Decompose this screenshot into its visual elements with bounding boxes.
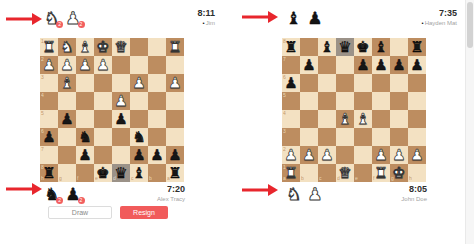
square-g1[interactable]: g♚: [390, 164, 408, 182]
draw-button[interactable]: Draw: [48, 206, 112, 219]
square-b3[interactable]: [300, 128, 318, 146]
black-pawn: ♟: [114, 110, 127, 128]
resign-button[interactable]: Resign: [120, 206, 168, 219]
square-c8[interactable]: ♝: [318, 38, 336, 56]
square-c3[interactable]: [318, 128, 336, 146]
rank-label: 8: [41, 165, 44, 170]
square-g7[interactable]: [58, 146, 76, 164]
square-a3[interactable]: 3: [282, 128, 300, 146]
file-label: e: [355, 176, 358, 181]
square-d5[interactable]: [336, 92, 354, 110]
clock-top: 7:35: [422, 8, 457, 19]
white-rook: ♜: [284, 164, 297, 182]
square-a5[interactable]: 5: [282, 92, 300, 110]
captured-white-pawn: ♟: [307, 184, 322, 204]
square-e8[interactable]: ♚: [354, 38, 372, 56]
turn-dot-icon: •: [203, 20, 205, 26]
white-pawn: ♟: [132, 74, 145, 92]
file-label: c: [131, 176, 134, 181]
red-arrow-icon: [242, 184, 278, 196]
square-h5[interactable]: [408, 92, 426, 110]
square-e5[interactable]: [94, 110, 112, 128]
square-a1[interactable]: 1a♜: [282, 164, 300, 182]
capture-count-badge: 2: [78, 21, 85, 28]
square-e8[interactable]: e♚: [94, 164, 112, 182]
file-label: b: [149, 176, 152, 181]
black-knight: ♞: [132, 128, 145, 146]
square-a2[interactable]: 2♟: [282, 146, 300, 164]
square-g5[interactable]: ♟: [58, 110, 76, 128]
square-e3[interactable]: [94, 74, 112, 92]
rank-label: 8: [283, 39, 286, 44]
square-e4[interactable]: ♝: [354, 110, 372, 128]
square-f2[interactable]: ♟: [372, 146, 390, 164]
file-label: g: [59, 176, 62, 181]
square-f6[interactable]: ♞: [76, 128, 94, 146]
captured-black-knight: ♞2: [44, 184, 59, 204]
black-queen: ♛: [338, 38, 351, 56]
white-bishop: ♝: [338, 110, 351, 128]
square-f4[interactable]: [372, 110, 390, 128]
captured-black-pawn: ♟2: [65, 184, 80, 204]
square-g4[interactable]: [390, 110, 408, 128]
square-b2[interactable]: ♟: [300, 146, 318, 164]
capture-count-badge: 2: [78, 197, 85, 204]
captured-black-pawn: ♟: [307, 8, 322, 28]
rank-label: 2: [283, 147, 286, 152]
file-label: g: [391, 176, 394, 181]
white-pawn: ♟: [96, 56, 109, 74]
square-a3[interactable]: ♟: [166, 74, 184, 92]
square-e4[interactable]: [94, 92, 112, 110]
square-b4[interactable]: [300, 110, 318, 128]
square-d3[interactable]: [112, 74, 130, 92]
square-a6[interactable]: 6♟: [282, 74, 300, 92]
square-f7[interactable]: ♟: [76, 146, 94, 164]
white-king: ♚: [392, 164, 405, 182]
player-name-top: •Hayden Mat: [422, 19, 457, 27]
scrollbar-track[interactable]: [465, 0, 474, 244]
white-pawn: ♟: [284, 146, 297, 164]
square-g4[interactable]: [58, 92, 76, 110]
square-f5[interactable]: [372, 92, 390, 110]
white-pawn: ♟: [374, 146, 387, 164]
square-b5[interactable]: [148, 110, 166, 128]
square-f2[interactable]: ♟: [76, 56, 94, 74]
captured-tray-bottom: ♞2♟2: [40, 184, 81, 204]
clock-bottom: 8:05: [401, 184, 427, 195]
black-bishop: ♝: [132, 164, 145, 182]
square-h1[interactable]: h: [408, 164, 426, 182]
square-c2[interactable]: [130, 56, 148, 74]
red-arrow-icon: [6, 13, 42, 25]
file-label: a: [167, 176, 170, 181]
rank-label: 4: [41, 93, 44, 98]
square-c5[interactable]: [318, 92, 336, 110]
rank-label: 7: [41, 147, 44, 152]
file-label: d: [113, 176, 116, 181]
file-label: c: [319, 176, 322, 181]
square-e6[interactable]: [354, 74, 372, 92]
square-d4[interactable]: ♝: [336, 110, 354, 128]
square-c8[interactable]: c♝: [130, 164, 148, 182]
white-pawn: ♟: [60, 56, 73, 74]
square-b7[interactable]: ♟: [300, 56, 318, 74]
square-c4[interactable]: [318, 110, 336, 128]
captured-tray-bottom: ♞♟: [282, 184, 323, 204]
square-a2[interactable]: [166, 56, 184, 74]
clock-top: 8:11: [197, 8, 215, 19]
square-f4[interactable]: [76, 92, 94, 110]
square-h3[interactable]: 3: [40, 74, 58, 92]
square-c2[interactable]: ♟: [318, 146, 336, 164]
square-c4[interactable]: [130, 92, 148, 110]
square-h6[interactable]: [408, 74, 426, 92]
rank-label: 4: [283, 111, 286, 116]
captured-tray-top: ♝♟: [282, 8, 323, 28]
black-rook: ♜: [284, 38, 297, 56]
square-a7[interactable]: ♟: [166, 146, 184, 164]
square-g5[interactable]: [390, 92, 408, 110]
chess-board-right: 8♜♝♛♚♝♜7♟♟♟♟♟6♟54♝♝32♟♟♟♟♟♟1a♜bcd♛ef♜g♚h: [282, 38, 426, 182]
file-label: b: [301, 176, 304, 181]
square-d7[interactable]: [336, 56, 354, 74]
square-c7[interactable]: ♟: [130, 146, 148, 164]
square-a6[interactable]: [166, 128, 184, 146]
square-g8[interactable]: g: [58, 164, 76, 182]
capture-count-badge: 2: [56, 197, 63, 204]
square-d8[interactable]: ♛: [336, 38, 354, 56]
black-bishop: ♝: [374, 38, 387, 56]
white-queen: ♛: [338, 164, 351, 182]
square-b5[interactable]: [300, 92, 318, 110]
captured-tray-top: ♞2♟2: [40, 8, 81, 28]
white-pawn: ♟: [392, 146, 405, 164]
square-d3[interactable]: [336, 128, 354, 146]
square-d7[interactable]: [112, 146, 130, 164]
white-pawn: ♟: [302, 146, 315, 164]
square-h8[interactable]: ♜: [408, 38, 426, 56]
game-panel-right: ♝♟ 7:35 •Hayden Mat 8♜♝♛♚♝♜7♟♟♟♟♟6♟54♝♝3…: [282, 8, 457, 202]
capture-count-badge: 2: [56, 21, 63, 28]
square-d6[interactable]: [336, 74, 354, 92]
file-label: h: [409, 176, 412, 181]
square-e7[interactable]: [94, 146, 112, 164]
square-e5[interactable]: [354, 92, 372, 110]
square-d1[interactable]: ♛: [112, 38, 130, 56]
square-e3[interactable]: [354, 128, 372, 146]
captured-black-bishop: ♝: [286, 8, 301, 28]
square-a8[interactable]: 8♜: [282, 38, 300, 56]
square-e2[interactable]: ♟: [94, 56, 112, 74]
square-f5[interactable]: [76, 110, 94, 128]
black-pawn: ♟: [60, 110, 73, 128]
square-g2[interactable]: ♟: [58, 56, 76, 74]
square-e6[interactable]: [94, 128, 112, 146]
file-label: d: [337, 176, 340, 181]
white-queen: ♛: [114, 38, 127, 56]
rank-label: 6: [41, 129, 44, 134]
black-knight: ♞: [78, 128, 91, 146]
file-label: a: [283, 176, 286, 181]
square-e7[interactable]: ♟: [354, 56, 372, 74]
scrollbar-thumb[interactable]: [467, 2, 473, 48]
white-rook: ♜: [42, 38, 55, 56]
clock-bottom: 7:20: [157, 184, 185, 195]
black-pawn: ♟: [132, 146, 145, 164]
square-a7[interactable]: 7: [282, 56, 300, 74]
square-c1[interactable]: [130, 38, 148, 56]
file-label: h: [41, 176, 44, 181]
file-label: e: [95, 176, 98, 181]
square-f3[interactable]: [372, 128, 390, 146]
white-pawn: ♟: [78, 56, 91, 74]
square-e1[interactable]: e: [354, 164, 372, 182]
square-f1[interactable]: ♝: [76, 38, 94, 56]
white-knight: ♞: [60, 38, 73, 56]
black-pawn: ♟: [374, 56, 387, 74]
square-f8[interactable]: ♝: [372, 38, 390, 56]
square-g8[interactable]: [390, 38, 408, 56]
captured-white-knight: ♞2: [44, 8, 59, 28]
square-a4[interactable]: 4: [282, 110, 300, 128]
white-bishop: ♝: [60, 74, 73, 92]
black-king: ♚: [96, 164, 109, 182]
black-bishop: ♝: [320, 38, 333, 56]
white-bishop: ♝: [356, 110, 369, 128]
square-d6[interactable]: [112, 128, 130, 146]
square-b6[interactable]: [300, 74, 318, 92]
red-arrow-icon: [242, 11, 278, 23]
square-h2[interactable]: ♟: [408, 146, 426, 164]
rank-label: 5: [283, 93, 286, 98]
square-g1[interactable]: ♞: [58, 38, 76, 56]
square-h7[interactable]: 7: [40, 146, 58, 164]
square-h1[interactable]: 1♜: [40, 38, 58, 56]
black-pawn: ♟: [150, 146, 163, 164]
black-pawn: ♟: [410, 56, 423, 74]
square-b6[interactable]: [148, 128, 166, 146]
square-b1[interactable]: [148, 38, 166, 56]
square-c7[interactable]: [318, 56, 336, 74]
player-name-top: •Jim: [197, 19, 215, 27]
square-f1[interactable]: f♜: [372, 164, 390, 182]
white-rook: ♜: [374, 164, 387, 182]
black-pawn: ♟: [78, 146, 91, 164]
white-bishop: ♝: [78, 38, 91, 56]
rank-label: 7: [283, 57, 286, 62]
square-g3[interactable]: [390, 128, 408, 146]
square-d5[interactable]: ♟: [112, 110, 130, 128]
game-panel-left: ♞2♟2 8:11 •Jim 1♜♞♝♚♛♜2♟♟♟♟3♝♟♟4♟5♟♟6♟♞♞…: [40, 8, 215, 219]
rank-label: 3: [283, 129, 286, 134]
square-h4[interactable]: 4: [40, 92, 58, 110]
rank-label: 3: [41, 75, 44, 80]
captured-white-knight: ♞: [286, 184, 301, 204]
square-c6[interactable]: [318, 74, 336, 92]
rank-label: 2: [41, 57, 44, 62]
black-pawn: ♟: [302, 56, 315, 74]
square-f3[interactable]: [76, 74, 94, 92]
square-a1[interactable]: ♜: [166, 38, 184, 56]
rank-label: 1: [283, 165, 286, 170]
square-d2[interactable]: [336, 146, 354, 164]
black-pawn: ♟: [42, 128, 55, 146]
white-pawn: ♟: [114, 92, 127, 110]
square-d2[interactable]: [112, 56, 130, 74]
black-pawn: ♟: [168, 146, 181, 164]
black-rook: ♜: [42, 164, 55, 182]
player-name-bottom: Alex Tracy: [157, 195, 185, 203]
square-h7[interactable]: ♟: [408, 56, 426, 74]
square-c6[interactable]: ♞: [130, 128, 148, 146]
white-pawn: ♟: [320, 146, 333, 164]
square-h8[interactable]: 8h♜: [40, 164, 58, 182]
square-e1[interactable]: ♚: [94, 38, 112, 56]
rank-label: 5: [41, 111, 44, 116]
square-h4[interactable]: [408, 110, 426, 128]
square-b7[interactable]: ♟: [148, 146, 166, 164]
white-pawn: ♟: [42, 56, 55, 74]
square-b4[interactable]: [148, 92, 166, 110]
square-b8[interactable]: [300, 38, 318, 56]
square-f7[interactable]: ♟: [372, 56, 390, 74]
square-c5[interactable]: [130, 110, 148, 128]
chess-board-left: 1♜♞♝♚♛♜2♟♟♟♟3♝♟♟4♟5♟♟6♟♞♞7♟♟♟♟8h♜gfe♚d♛c…: [40, 38, 184, 182]
square-d4[interactable]: ♟: [112, 92, 130, 110]
square-b8[interactable]: b: [148, 164, 166, 182]
square-f8[interactable]: f: [76, 164, 94, 182]
black-pawn: ♟: [392, 56, 405, 74]
player-name-bottom: John Doe: [401, 195, 427, 203]
square-b3[interactable]: [148, 74, 166, 92]
square-h2[interactable]: 2♟: [40, 56, 58, 74]
black-rook: ♜: [168, 164, 181, 182]
square-g6[interactable]: [58, 128, 76, 146]
square-d1[interactable]: d♛: [336, 164, 354, 182]
square-h6[interactable]: 6♟: [40, 128, 58, 146]
white-pawn: ♟: [168, 74, 181, 92]
white-king: ♚: [96, 38, 109, 56]
square-g7[interactable]: ♟: [390, 56, 408, 74]
square-b1[interactable]: b: [300, 164, 318, 182]
square-b2[interactable]: [148, 56, 166, 74]
white-pawn: ♟: [410, 146, 423, 164]
rank-label: 6: [283, 75, 286, 80]
square-c3[interactable]: ♟: [130, 74, 148, 92]
black-pawn: ♟: [284, 74, 297, 92]
file-label: f: [77, 176, 78, 181]
square-e2[interactable]: [354, 146, 372, 164]
square-g3[interactable]: ♝: [58, 74, 76, 92]
square-a5[interactable]: [166, 110, 184, 128]
square-f6[interactable]: [372, 74, 390, 92]
square-d8[interactable]: d♛: [112, 164, 130, 182]
black-queen: ♛: [114, 164, 127, 182]
square-a4[interactable]: [166, 92, 184, 110]
rank-label: 1: [41, 39, 44, 44]
turn-dot-icon: •: [422, 20, 424, 26]
file-label: f: [373, 176, 374, 181]
white-rook: ♜: [168, 38, 181, 56]
square-c1[interactable]: c: [318, 164, 336, 182]
square-g6[interactable]: [390, 74, 408, 92]
red-arrow-icon: [6, 183, 42, 195]
square-h5[interactable]: 5: [40, 110, 58, 128]
square-a8[interactable]: a♜: [166, 164, 184, 182]
captured-white-pawn: ♟2: [65, 8, 80, 28]
black-pawn: ♟: [356, 56, 369, 74]
square-h3[interactable]: [408, 128, 426, 146]
black-king: ♚: [356, 38, 369, 56]
black-rook: ♜: [410, 38, 423, 56]
square-g2[interactable]: ♟: [390, 146, 408, 164]
